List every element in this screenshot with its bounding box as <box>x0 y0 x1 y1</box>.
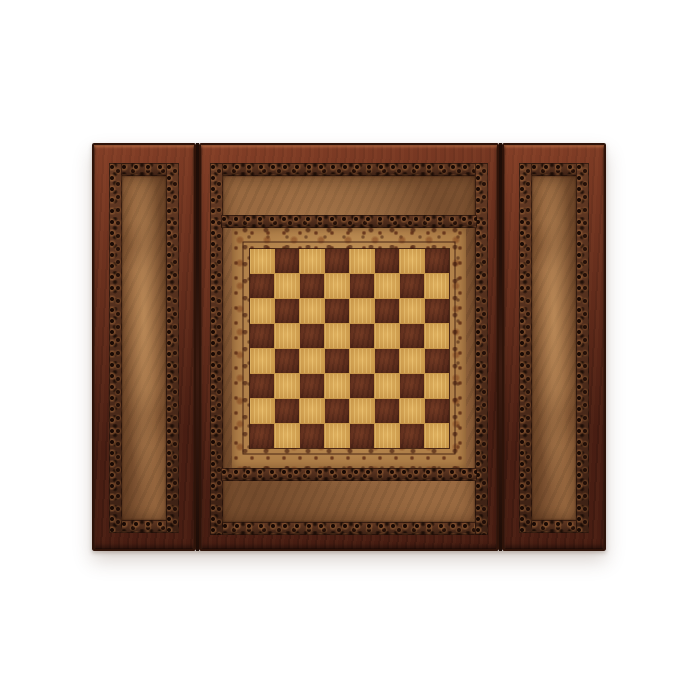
square-c4 <box>300 349 324 373</box>
square-b6 <box>275 299 299 323</box>
square-g3 <box>400 374 424 398</box>
square-a5 <box>250 324 274 348</box>
square-g4 <box>400 349 424 373</box>
square-d8 <box>325 249 349 273</box>
square-a1 <box>250 424 274 448</box>
square-f2 <box>375 399 399 423</box>
square-d3 <box>325 374 349 398</box>
square-c1 <box>300 424 324 448</box>
square-b1 <box>275 424 299 448</box>
center-embossed-frame-top <box>210 163 488 176</box>
square-d6 <box>325 299 349 323</box>
game-table-top <box>92 143 606 551</box>
square-h4 <box>425 349 449 373</box>
upper-embossed-rail <box>221 215 477 228</box>
square-f3 <box>375 374 399 398</box>
square-a6 <box>250 299 274 323</box>
square-h3 <box>425 374 449 398</box>
left-leaf-leather-panel <box>122 176 166 520</box>
chessboard <box>250 249 449 448</box>
square-f8 <box>375 249 399 273</box>
square-e2 <box>350 399 374 423</box>
square-a8 <box>250 249 274 273</box>
square-g6 <box>400 299 424 323</box>
burl-board-surround <box>232 228 466 468</box>
square-h8 <box>425 249 449 273</box>
square-a4 <box>250 349 274 373</box>
square-e1 <box>350 424 374 448</box>
square-b3 <box>275 374 299 398</box>
square-e8 <box>350 249 374 273</box>
square-a7 <box>250 274 274 298</box>
square-h5 <box>425 324 449 348</box>
right-leaf-embossed-border-right <box>576 163 589 533</box>
square-f4 <box>375 349 399 373</box>
right-leaf-embossed-border-left <box>519 163 532 533</box>
square-c6 <box>300 299 324 323</box>
square-d2 <box>325 399 349 423</box>
square-h1 <box>425 424 449 448</box>
left-leaf-embossed-border-right <box>166 163 179 533</box>
square-e3 <box>350 374 374 398</box>
square-h2 <box>425 399 449 423</box>
square-g8 <box>400 249 424 273</box>
square-h7 <box>425 274 449 298</box>
square-b4 <box>275 349 299 373</box>
square-e5 <box>350 324 374 348</box>
square-g2 <box>400 399 424 423</box>
left-drop-leaf <box>92 143 196 551</box>
lower-embossed-rail <box>221 468 477 481</box>
square-c8 <box>300 249 324 273</box>
square-c3 <box>300 374 324 398</box>
center-panel <box>199 143 499 551</box>
square-g7 <box>400 274 424 298</box>
square-b5 <box>275 324 299 348</box>
square-e4 <box>350 349 374 373</box>
page-background <box>0 0 700 700</box>
square-a3 <box>250 374 274 398</box>
square-b2 <box>275 399 299 423</box>
square-e6 <box>350 299 374 323</box>
square-c2 <box>300 399 324 423</box>
square-f5 <box>375 324 399 348</box>
square-f6 <box>375 299 399 323</box>
square-d4 <box>325 349 349 373</box>
right-leaf-leather-panel <box>532 176 576 520</box>
square-g1 <box>400 424 424 448</box>
square-d7 <box>325 274 349 298</box>
left-leaf-embossed-border-left <box>109 163 122 533</box>
square-d1 <box>325 424 349 448</box>
square-f7 <box>375 274 399 298</box>
square-a2 <box>250 399 274 423</box>
square-b7 <box>275 274 299 298</box>
square-d5 <box>325 324 349 348</box>
square-b8 <box>275 249 299 273</box>
square-c5 <box>300 324 324 348</box>
center-embossed-frame-bottom <box>210 522 488 535</box>
right-drop-leaf <box>502 143 606 551</box>
square-h6 <box>425 299 449 323</box>
square-e7 <box>350 274 374 298</box>
square-f1 <box>375 424 399 448</box>
square-g5 <box>400 324 424 348</box>
square-c7 <box>300 274 324 298</box>
